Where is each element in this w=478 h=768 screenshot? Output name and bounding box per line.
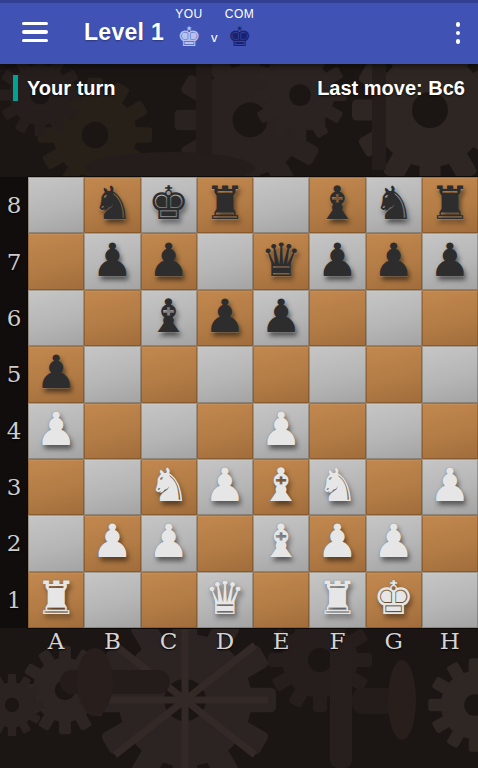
black-pawn: ♟	[429, 232, 470, 288]
black-pawn: ♟	[92, 232, 133, 288]
overflow-menu-icon[interactable]	[454, 20, 463, 46]
square-b2[interactable]: ♟	[84, 515, 140, 571]
black-king: ♚	[148, 175, 189, 231]
square-b7[interactable]: ♟	[84, 233, 140, 289]
square-c4[interactable]	[141, 403, 197, 459]
file-label-e: E	[253, 628, 309, 654]
square-a1[interactable]: ♜	[28, 572, 84, 628]
black-pawn: ♟	[317, 232, 358, 288]
rank-labels: 87654321	[0, 177, 28, 628]
white-bishop: ♝	[261, 457, 302, 513]
square-f8[interactable]: ♝	[309, 177, 365, 233]
black-pawn: ♟	[148, 232, 189, 288]
square-h2[interactable]	[422, 515, 478, 571]
file-label-c: C	[141, 628, 197, 654]
rank-label-3: 3	[0, 459, 28, 515]
square-g6[interactable]	[366, 290, 422, 346]
white-king: ♚	[373, 570, 414, 626]
file-labels: ABCDEFGH	[28, 628, 478, 654]
players-indicator: YOU ♚ v COM ♚	[170, 7, 259, 52]
square-a7[interactable]	[28, 233, 84, 289]
black-bishop: ♝	[317, 175, 358, 231]
file-label-h: H	[422, 628, 478, 654]
you-label: YOU	[175, 7, 203, 21]
square-d6[interactable]: ♟	[197, 290, 253, 346]
square-g3[interactable]	[366, 459, 422, 515]
rank-label-6: 6	[0, 290, 28, 346]
square-a8[interactable]	[28, 177, 84, 233]
white-pawn: ♟	[373, 513, 414, 569]
square-b1[interactable]	[84, 572, 140, 628]
white-pawn: ♟	[317, 513, 358, 569]
square-e3[interactable]: ♝	[253, 459, 309, 515]
square-h5[interactable]	[422, 346, 478, 402]
file-label-b: B	[84, 628, 140, 654]
white-pawn: ♟	[36, 401, 77, 457]
square-e8[interactable]	[253, 177, 309, 233]
white-pawn: ♟	[261, 401, 302, 457]
square-d5[interactable]	[197, 346, 253, 402]
black-pawn: ♟	[204, 288, 245, 344]
rank-label-8: 8	[0, 177, 28, 233]
square-d4[interactable]	[197, 403, 253, 459]
square-e6[interactable]: ♟	[253, 290, 309, 346]
square-b4[interactable]	[84, 403, 140, 459]
square-b8[interactable]: ♞	[84, 177, 140, 233]
square-f6[interactable]	[309, 290, 365, 346]
square-c5[interactable]	[141, 346, 197, 402]
square-h1[interactable]	[422, 572, 478, 628]
square-c3[interactable]: ♞	[141, 459, 197, 515]
app-bar: Level 1 YOU ♚ v COM ♚	[0, 0, 478, 64]
turn-accent-bar	[13, 75, 18, 101]
square-c8[interactable]: ♚	[141, 177, 197, 233]
square-d8[interactable]: ♜	[197, 177, 253, 233]
black-pawn: ♟	[36, 344, 77, 400]
rank-label-5: 5	[0, 346, 28, 402]
player-com: COM ♚	[221, 7, 259, 52]
white-rook: ♜	[317, 570, 358, 626]
square-h3[interactable]: ♟	[422, 459, 478, 515]
square-c1[interactable]	[141, 572, 197, 628]
white-rook: ♜	[36, 570, 77, 626]
square-g1[interactable]: ♚	[366, 572, 422, 628]
black-rook: ♜	[429, 175, 470, 231]
black-knight: ♞	[373, 175, 414, 231]
black-knight: ♞	[92, 175, 133, 231]
square-b5[interactable]	[84, 346, 140, 402]
square-a3[interactable]	[28, 459, 84, 515]
square-f2[interactable]: ♟	[309, 515, 365, 571]
rank-label-1: 1	[0, 572, 28, 628]
square-e5[interactable]	[253, 346, 309, 402]
square-g5[interactable]	[366, 346, 422, 402]
player-you: YOU ♚	[170, 7, 208, 52]
square-d2[interactable]	[197, 515, 253, 571]
rank-label-2: 2	[0, 515, 28, 571]
square-c7[interactable]: ♟	[141, 233, 197, 289]
white-king-icon: ♚	[177, 22, 201, 52]
square-e7[interactable]: ♛	[253, 233, 309, 289]
white-pawn: ♟	[148, 513, 189, 569]
com-label: COM	[225, 7, 255, 21]
square-d3[interactable]: ♟	[197, 459, 253, 515]
square-f1[interactable]: ♜	[309, 572, 365, 628]
file-label-f: F	[309, 628, 365, 654]
square-h7[interactable]: ♟	[422, 233, 478, 289]
square-g8[interactable]: ♞	[366, 177, 422, 233]
square-h6[interactable]	[422, 290, 478, 346]
chess-board: ♞♚♜♝♞♜♟♟♛♟♟♟♝♟♟♟♟♟♞♟♝♞♟♟♟♝♟♟♜♛♜♚	[28, 177, 478, 628]
square-g2[interactable]: ♟	[366, 515, 422, 571]
white-pawn: ♟	[204, 457, 245, 513]
square-a4[interactable]: ♟	[28, 403, 84, 459]
file-label-d: D	[197, 628, 253, 654]
square-a5[interactable]: ♟	[28, 346, 84, 402]
page-title: Level 1	[84, 19, 164, 46]
square-h4[interactable]	[422, 403, 478, 459]
square-g4[interactable]	[366, 403, 422, 459]
square-a2[interactable]	[28, 515, 84, 571]
square-f3[interactable]: ♞	[309, 459, 365, 515]
square-h8[interactable]: ♜	[422, 177, 478, 233]
white-knight: ♞	[317, 457, 358, 513]
white-pawn: ♟	[429, 457, 470, 513]
black-pawn: ♟	[261, 288, 302, 344]
white-queen: ♛	[204, 570, 245, 626]
square-c2[interactable]: ♟	[141, 515, 197, 571]
file-label-g: G	[366, 628, 422, 654]
square-a6[interactable]	[28, 290, 84, 346]
rank-label-7: 7	[0, 233, 28, 289]
square-e4[interactable]: ♟	[253, 403, 309, 459]
black-bishop: ♝	[148, 288, 189, 344]
black-rook: ♜	[204, 175, 245, 231]
file-label-a: A	[28, 628, 84, 654]
square-f7[interactable]: ♟	[309, 233, 365, 289]
square-b3[interactable]	[84, 459, 140, 515]
white-pawn: ♟	[92, 513, 133, 569]
square-c6[interactable]: ♝	[141, 290, 197, 346]
status-bar: Your turn Last move: Bc6	[0, 64, 478, 112]
square-d7[interactable]	[197, 233, 253, 289]
white-bishop: ♝	[261, 513, 302, 569]
turn-status: Your turn	[27, 77, 116, 100]
black-king-icon: ♚	[227, 22, 251, 52]
white-knight: ♞	[148, 457, 189, 513]
square-d1[interactable]: ♛	[197, 572, 253, 628]
hamburger-menu-icon[interactable]	[22, 22, 48, 43]
square-f4[interactable]	[309, 403, 365, 459]
versus-label: v	[211, 30, 218, 45]
black-pawn: ♟	[373, 232, 414, 288]
last-move-text: Last move: Bc6	[317, 77, 465, 100]
rank-label-4: 4	[0, 403, 28, 459]
square-e2[interactable]: ♝	[253, 515, 309, 571]
square-b6[interactable]	[84, 290, 140, 346]
square-f5[interactable]	[309, 346, 365, 402]
square-g7[interactable]: ♟	[366, 233, 422, 289]
black-queen: ♛	[261, 232, 302, 288]
square-e1[interactable]	[253, 572, 309, 628]
